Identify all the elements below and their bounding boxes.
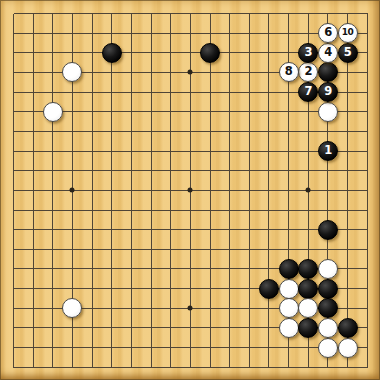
black-stone: 1 [318,141,338,161]
grid-line [131,14,132,369]
grid-line [210,14,211,369]
grid-line [14,229,369,230]
grid-line [268,14,269,369]
white-stone [318,102,338,122]
black-stone [259,279,279,299]
white-stone: 2 [298,62,318,82]
grid-line [14,111,369,112]
white-stone [62,298,82,318]
white-stone [318,338,338,358]
black-stone [102,43,122,63]
black-stone [279,259,299,279]
grid-line [14,33,369,34]
star-point [188,188,193,193]
grid-line [14,170,369,171]
move-number: 9 [324,86,332,99]
black-stone: 7 [298,82,318,102]
black-stone [318,279,338,299]
white-stone [279,279,299,299]
white-stone [318,259,338,279]
black-stone: 5 [338,43,358,63]
white-stone [298,298,318,318]
star-point [188,306,193,311]
grid-line [111,14,112,369]
grid-line [229,14,230,369]
move-number: 4 [324,47,332,60]
move-number: 5 [344,47,352,60]
grid-line [367,14,368,369]
grid-line [14,131,369,132]
grid-line [249,14,250,369]
black-stone [318,62,338,82]
move-number: 8 [285,66,293,79]
grid-line [14,210,369,211]
black-stone [318,220,338,240]
grid-line [92,14,93,369]
black-stone [338,318,358,338]
grid-line [14,367,369,368]
grid-line [14,249,369,250]
grid-line [347,14,348,369]
move-number: 6 [324,27,332,40]
grid-line [33,14,34,369]
star-point [70,188,75,193]
grid-line [170,14,171,369]
black-stone [298,279,318,299]
black-stone: 9 [318,82,338,102]
white-stone [338,338,358,358]
go-board: 12345678910 [0,0,380,380]
grid-line [13,14,14,369]
white-stone: 6 [318,23,338,43]
black-stone [298,318,318,338]
grid-line [14,347,369,348]
black-stone: 3 [298,43,318,63]
grid-line [52,14,53,369]
move-number: 7 [304,86,312,99]
white-stone [279,298,299,318]
white-stone [62,62,82,82]
move-number: 10 [342,28,354,38]
white-stone [318,318,338,338]
star-point [188,70,193,75]
white-stone [43,102,63,122]
black-stone [298,259,318,279]
move-number: 1 [324,145,332,158]
move-number: 3 [304,47,312,60]
white-stone [279,318,299,338]
black-stone [200,43,220,63]
white-stone: 4 [318,43,338,63]
grid-line [151,14,152,369]
star-point [306,188,311,193]
move-number: 2 [304,66,312,79]
white-stone: 10 [338,23,358,43]
black-stone [318,298,338,318]
white-stone: 8 [279,62,299,82]
grid-line [14,13,369,14]
grid-line [14,151,369,152]
